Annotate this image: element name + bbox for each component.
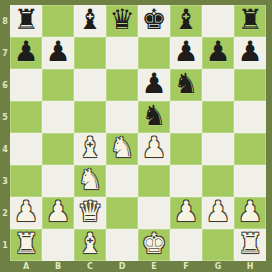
square-f3[interactable]	[170, 165, 202, 197]
rank-label-1: 1	[0, 229, 10, 261]
piece-white-knight[interactable]: ♞	[109, 132, 134, 164]
square-g3[interactable]	[202, 165, 234, 197]
piece-white-queen[interactable]: ♛	[77, 196, 102, 228]
square-g6[interactable]	[202, 69, 234, 101]
square-b7[interactable]: ♟	[42, 37, 74, 69]
file-label-g: G	[202, 261, 234, 272]
file-label-f: F	[170, 261, 202, 272]
rank-label-5: 5	[0, 101, 10, 133]
square-e3[interactable]	[138, 165, 170, 197]
piece-black-king[interactable]: ♚	[141, 4, 166, 36]
square-f1[interactable]	[170, 229, 202, 261]
rank-label-4: 4	[0, 133, 10, 165]
square-a7[interactable]: ♟	[10, 37, 42, 69]
square-h8[interactable]: ♜	[234, 5, 266, 37]
rank-label-7: 7	[0, 37, 10, 69]
square-h1[interactable]: ♜	[234, 229, 266, 261]
square-a8[interactable]: ♜	[10, 5, 42, 37]
piece-white-knight[interactable]: ♞	[77, 164, 102, 196]
square-g1[interactable]	[202, 229, 234, 261]
piece-white-pawn[interactable]: ♟	[237, 196, 262, 228]
square-d6[interactable]	[106, 69, 138, 101]
square-e6[interactable]: ♟	[138, 69, 170, 101]
piece-black-bishop[interactable]: ♝	[173, 4, 198, 36]
square-b3[interactable]	[42, 165, 74, 197]
square-b1[interactable]	[42, 229, 74, 261]
square-b6[interactable]	[42, 69, 74, 101]
file-label-h: H	[234, 261, 266, 272]
square-a2[interactable]: ♟	[10, 197, 42, 229]
square-c4[interactable]: ♝	[74, 133, 106, 165]
square-h2[interactable]: ♟	[234, 197, 266, 229]
square-c5[interactable]	[74, 101, 106, 133]
square-b4[interactable]	[42, 133, 74, 165]
piece-black-pawn[interactable]: ♟	[141, 68, 166, 100]
piece-black-bishop[interactable]: ♝	[77, 4, 102, 36]
rank-label-6: 6	[0, 69, 10, 101]
square-d4[interactable]: ♞	[106, 133, 138, 165]
square-a3[interactable]	[10, 165, 42, 197]
square-c3[interactable]: ♞	[74, 165, 106, 197]
square-a4[interactable]	[10, 133, 42, 165]
square-g4[interactable]	[202, 133, 234, 165]
square-c6[interactable]	[74, 69, 106, 101]
file-labels: ABCDEFGH	[10, 261, 266, 272]
square-d5[interactable]	[106, 101, 138, 133]
piece-black-knight[interactable]: ♞	[141, 100, 166, 132]
piece-black-pawn[interactable]: ♟	[173, 36, 198, 68]
square-d2[interactable]	[106, 197, 138, 229]
square-f6[interactable]: ♞	[170, 69, 202, 101]
file-label-e: E	[138, 261, 170, 272]
square-g2[interactable]: ♟	[202, 197, 234, 229]
square-h4[interactable]	[234, 133, 266, 165]
piece-white-pawn[interactable]: ♟	[205, 196, 230, 228]
square-g7[interactable]: ♟	[202, 37, 234, 69]
square-g5[interactable]	[202, 101, 234, 133]
square-f4[interactable]	[170, 133, 202, 165]
square-d3[interactable]	[106, 165, 138, 197]
square-d1[interactable]	[106, 229, 138, 261]
piece-black-queen[interactable]: ♛	[109, 4, 134, 36]
square-e8[interactable]: ♚	[138, 5, 170, 37]
piece-black-rook[interactable]: ♜	[13, 4, 38, 36]
piece-black-rook[interactable]: ♜	[237, 4, 262, 36]
square-e1[interactable]: ♚	[138, 229, 170, 261]
piece-white-bishop[interactable]: ♝	[77, 228, 102, 260]
square-a6[interactable]	[10, 69, 42, 101]
file-label-a: A	[10, 261, 42, 272]
square-c1[interactable]: ♝	[74, 229, 106, 261]
piece-black-pawn[interactable]: ♟	[13, 36, 38, 68]
piece-white-bishop[interactable]: ♝	[77, 132, 102, 164]
square-e5[interactable]: ♞	[138, 101, 170, 133]
chess-board-screen: 87654321 ♜♝♛♚♝♜♟♟♟♟♟♟♞♞♝♞♟♞♟♟♛♟♟♟♜♝♚♜ AB…	[0, 0, 272, 272]
square-c7[interactable]	[74, 37, 106, 69]
square-e7[interactable]	[138, 37, 170, 69]
square-b5[interactable]	[42, 101, 74, 133]
square-a1[interactable]: ♜	[10, 229, 42, 261]
square-h7[interactable]: ♟	[234, 37, 266, 69]
square-f7[interactable]: ♟	[170, 37, 202, 69]
file-label-d: D	[106, 261, 138, 272]
piece-white-pawn[interactable]: ♟	[173, 196, 198, 228]
square-e4[interactable]: ♟	[138, 133, 170, 165]
square-f5[interactable]	[170, 101, 202, 133]
file-label-b: B	[42, 261, 74, 272]
square-h3[interactable]	[234, 165, 266, 197]
square-d8[interactable]: ♛	[106, 5, 138, 37]
rank-label-2: 2	[0, 197, 10, 229]
piece-white-pawn[interactable]: ♟	[141, 132, 166, 164]
square-g8[interactable]	[202, 5, 234, 37]
square-e2[interactable]	[138, 197, 170, 229]
piece-black-pawn[interactable]: ♟	[237, 36, 262, 68]
piece-black-pawn[interactable]: ♟	[205, 36, 230, 68]
square-b8[interactable]	[42, 5, 74, 37]
piece-white-rook[interactable]: ♜	[237, 228, 262, 260]
rank-labels: 87654321	[0, 5, 10, 261]
square-c2[interactable]: ♛	[74, 197, 106, 229]
square-f8[interactable]: ♝	[170, 5, 202, 37]
piece-white-pawn[interactable]: ♟	[45, 196, 70, 228]
square-h5[interactable]	[234, 101, 266, 133]
rank-label-8: 8	[0, 5, 10, 37]
piece-white-king[interactable]: ♚	[141, 228, 166, 260]
file-label-c: C	[74, 261, 106, 272]
piece-black-pawn[interactable]: ♟	[45, 36, 70, 68]
chess-board: ♜♝♛♚♝♜♟♟♟♟♟♟♞♞♝♞♟♞♟♟♛♟♟♟♜♝♚♜	[10, 5, 266, 261]
square-a5[interactable]	[10, 101, 42, 133]
square-b2[interactable]: ♟	[42, 197, 74, 229]
piece-white-pawn[interactable]: ♟	[13, 196, 38, 228]
rank-label-3: 3	[0, 165, 10, 197]
piece-black-knight[interactable]: ♞	[173, 68, 198, 100]
square-c8[interactable]: ♝	[74, 5, 106, 37]
square-d7[interactable]	[106, 37, 138, 69]
piece-white-rook[interactable]: ♜	[13, 228, 38, 260]
square-h6[interactable]	[234, 69, 266, 101]
square-f2[interactable]: ♟	[170, 197, 202, 229]
